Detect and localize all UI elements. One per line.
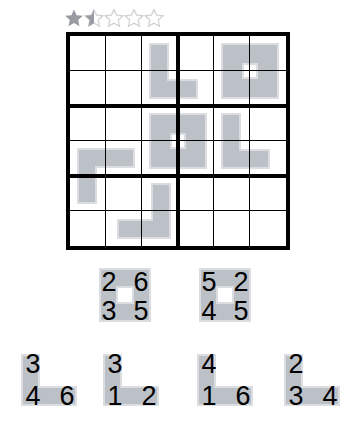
star-icon-half	[84, 9, 104, 28]
piece-digit: 2	[283, 352, 309, 376]
piece-digit: 5	[228, 299, 254, 323]
cell-r6c3[interactable]	[142, 211, 178, 246]
cell-r1c3[interactable]	[142, 36, 178, 71]
piece-digit: 5	[128, 299, 154, 323]
cell-r2c3[interactable]	[142, 71, 178, 106]
star-icon-empty	[124, 9, 144, 28]
cell-r6c2[interactable]	[106, 211, 142, 246]
piece-digit: 4	[317, 384, 343, 408]
piece-digit: 5	[196, 270, 222, 294]
cell-r4c6[interactable]	[250, 141, 286, 176]
sudoku-board	[66, 32, 290, 250]
piece-digit: 4	[196, 299, 222, 323]
cell-r5c5[interactable]	[214, 176, 250, 211]
star-icon-empty	[104, 9, 124, 28]
clue-piece-l-3: 4 1 6	[198, 355, 252, 405]
cell-r4c2[interactable]	[106, 141, 142, 176]
cell-r1c6[interactable]	[250, 36, 286, 71]
box-separator-horizontal-2	[70, 174, 286, 178]
star-icon-empty	[144, 9, 164, 28]
cell-r3c4[interactable]	[178, 106, 214, 141]
cell-r3c6[interactable]	[250, 106, 286, 141]
cell-r5c3[interactable]	[142, 176, 178, 211]
difficulty-rating	[64, 9, 164, 28]
cell-r5c1[interactable]	[70, 176, 106, 211]
cell-r4c1[interactable]	[70, 141, 106, 176]
cell-r4c4[interactable]	[178, 141, 214, 176]
cell-r6c1[interactable]	[70, 211, 106, 246]
clue-piece-o-2: 5 2 4 5	[200, 269, 250, 321]
cell-r2c4[interactable]	[178, 71, 214, 106]
clue-piece-o-1: 2 6 3 5	[100, 269, 150, 321]
star-icon-filled	[64, 9, 84, 28]
cell-r2c5[interactable]	[214, 71, 250, 106]
piece-digit: 3	[102, 352, 128, 376]
piece-digit: 2	[228, 270, 254, 294]
clue-piece-l-1: 3 4 6	[22, 355, 76, 405]
piece-digit: 3	[283, 384, 309, 408]
cell-r1c2[interactable]	[106, 36, 142, 71]
cell-r4c3[interactable]	[142, 141, 178, 176]
cell-r5c4[interactable]	[178, 176, 214, 211]
piece-digit: 6	[128, 270, 154, 294]
cell-r1c4[interactable]	[178, 36, 214, 71]
piece-digit: 4	[196, 352, 222, 376]
cell-r6c4[interactable]	[178, 211, 214, 246]
piece-digit: 1	[196, 384, 222, 408]
piece-digit: 4	[20, 384, 46, 408]
cell-r1c1[interactable]	[70, 36, 106, 71]
cell-r1c5[interactable]	[214, 36, 250, 71]
box-separator-horizontal-1	[70, 104, 286, 108]
cell-r3c1[interactable]	[70, 106, 106, 141]
cell-r4c5[interactable]	[214, 141, 250, 176]
cell-r6c6[interactable]	[250, 211, 286, 246]
piece-digit: 3	[96, 299, 122, 323]
puzzle-page: 2 6 3 5 5 2 4 5 3 4 6 3 1 2 4 1 6	[0, 0, 354, 422]
box-separator-vertical	[176, 36, 180, 246]
cell-r5c2[interactable]	[106, 176, 142, 211]
cell-r2c6[interactable]	[250, 71, 286, 106]
cell-r3c2[interactable]	[106, 106, 142, 141]
piece-digit: 1	[102, 384, 128, 408]
cell-r2c1[interactable]	[70, 71, 106, 106]
clue-piece-l-2: 3 1 2	[104, 355, 158, 405]
cell-r6c5[interactable]	[214, 211, 250, 246]
cell-r2c2[interactable]	[106, 71, 142, 106]
piece-digit: 3	[20, 352, 46, 376]
clue-piece-l-4: 2 3 4	[285, 355, 339, 405]
cell-r3c5[interactable]	[214, 106, 250, 141]
cell-r5c6[interactable]	[250, 176, 286, 211]
piece-digit: 2	[96, 270, 122, 294]
piece-digit: 6	[230, 384, 256, 408]
piece-digit: 6	[54, 384, 80, 408]
cell-r3c3[interactable]	[142, 106, 178, 141]
piece-digit: 2	[136, 384, 162, 408]
